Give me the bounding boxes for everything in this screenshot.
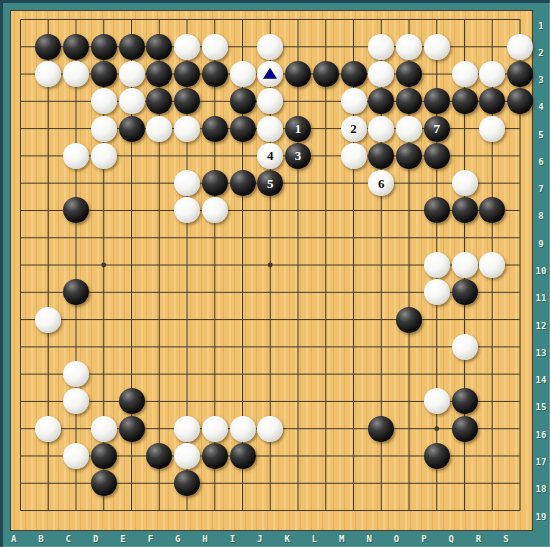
column-label-P: P bbox=[416, 534, 432, 544]
black-stone-N6[interactable] bbox=[368, 143, 394, 169]
black-stone-Q11[interactable] bbox=[452, 279, 478, 305]
star-point-D10 bbox=[101, 263, 106, 268]
white-stone-G7[interactable] bbox=[174, 170, 200, 196]
black-stone-D2[interactable] bbox=[91, 34, 117, 60]
white-stone-J16[interactable] bbox=[257, 416, 283, 442]
column-label-N: N bbox=[361, 534, 377, 544]
white-stone-P10[interactable] bbox=[424, 252, 450, 278]
white-stone-H16[interactable] bbox=[202, 416, 228, 442]
move-number-2: 2 bbox=[341, 116, 367, 142]
white-stone-B12[interactable] bbox=[35, 307, 61, 333]
white-stone-P11[interactable] bbox=[424, 279, 450, 305]
black-stone-L3[interactable] bbox=[313, 61, 339, 87]
black-stone-D17[interactable] bbox=[91, 443, 117, 469]
star-point-P16 bbox=[434, 426, 439, 431]
column-label-F: F bbox=[142, 534, 158, 544]
white-stone-I3[interactable] bbox=[230, 61, 256, 87]
column-label-M: M bbox=[334, 534, 350, 544]
white-stone-J2[interactable] bbox=[257, 34, 283, 60]
go-board[interactable]: 1274356 bbox=[10, 10, 533, 531]
move-number-4: 4 bbox=[257, 143, 283, 169]
white-stone-H2[interactable] bbox=[202, 34, 228, 60]
column-label-C: C bbox=[60, 534, 76, 544]
move-number-3: 3 bbox=[285, 143, 311, 169]
black-stone-D3[interactable] bbox=[91, 61, 117, 87]
column-label-Q: Q bbox=[443, 534, 459, 544]
column-label-A: A bbox=[6, 534, 22, 544]
black-stone-P17[interactable] bbox=[424, 443, 450, 469]
row-label-18: 18 bbox=[533, 484, 549, 494]
move-number-7: 7 bbox=[424, 116, 450, 142]
black-stone-D18[interactable] bbox=[91, 470, 117, 496]
column-label-G: G bbox=[170, 534, 186, 544]
white-stone-Q10[interactable] bbox=[452, 252, 478, 278]
white-stone-N2[interactable] bbox=[368, 34, 394, 60]
black-stone-N16[interactable] bbox=[368, 416, 394, 442]
white-stone-D4[interactable] bbox=[91, 88, 117, 114]
black-stone-J7[interactable]: 5 bbox=[257, 170, 283, 196]
row-label-3: 3 bbox=[533, 75, 549, 85]
row-label-4: 4 bbox=[533, 102, 549, 112]
row-label-8: 8 bbox=[533, 211, 549, 221]
go-game-screenshot: 1274356 ABCDEFGHIJKLMNOPQRS 123456789101… bbox=[0, 0, 550, 547]
row-label-6: 6 bbox=[533, 157, 549, 167]
row-label-17: 17 bbox=[533, 457, 549, 467]
white-stone-E3[interactable] bbox=[119, 61, 145, 87]
column-label-D: D bbox=[88, 534, 104, 544]
black-stone-G3[interactable] bbox=[174, 61, 200, 87]
white-stone-M4[interactable] bbox=[341, 88, 367, 114]
white-stone-J5[interactable] bbox=[257, 116, 283, 142]
black-stone-E16[interactable] bbox=[119, 416, 145, 442]
column-label-R: R bbox=[471, 534, 487, 544]
black-stone-I17[interactable] bbox=[230, 443, 256, 469]
row-label-11: 11 bbox=[533, 293, 549, 303]
black-stone-S3[interactable] bbox=[507, 61, 533, 87]
black-stone-Q4[interactable] bbox=[452, 88, 478, 114]
white-stone-Q7[interactable] bbox=[452, 170, 478, 196]
row-label-2: 2 bbox=[533, 48, 549, 58]
row-label-10: 10 bbox=[533, 266, 549, 276]
row-label-16: 16 bbox=[533, 430, 549, 440]
column-label-J: J bbox=[252, 534, 268, 544]
white-stone-P15[interactable] bbox=[424, 388, 450, 414]
white-stone-Q13[interactable] bbox=[452, 334, 478, 360]
white-stone-N7[interactable]: 6 bbox=[368, 170, 394, 196]
black-stone-M3[interactable] bbox=[341, 61, 367, 87]
white-stone-C3[interactable] bbox=[63, 61, 89, 87]
column-label-L: L bbox=[306, 534, 322, 544]
white-stone-D5[interactable] bbox=[91, 116, 117, 142]
column-label-B: B bbox=[33, 534, 49, 544]
white-stone-E4[interactable] bbox=[119, 88, 145, 114]
black-stone-C2[interactable] bbox=[63, 34, 89, 60]
white-stone-G5[interactable] bbox=[174, 116, 200, 142]
star-point-J10 bbox=[268, 263, 273, 268]
black-stone-O6[interactable] bbox=[396, 143, 422, 169]
black-stone-O12[interactable] bbox=[396, 307, 422, 333]
row-label-12: 12 bbox=[533, 321, 549, 331]
row-label-14: 14 bbox=[533, 375, 549, 385]
white-stone-D16[interactable] bbox=[91, 416, 117, 442]
white-stone-G16[interactable] bbox=[174, 416, 200, 442]
column-label-E: E bbox=[115, 534, 131, 544]
white-stone-P2[interactable] bbox=[424, 34, 450, 60]
black-stone-Q8[interactable] bbox=[452, 197, 478, 223]
black-stone-E2[interactable] bbox=[119, 34, 145, 60]
white-stone-R5[interactable] bbox=[479, 116, 505, 142]
black-stone-Q16[interactable] bbox=[452, 416, 478, 442]
row-label-5: 5 bbox=[533, 130, 549, 140]
black-stone-H3[interactable] bbox=[202, 61, 228, 87]
row-label-15: 15 bbox=[533, 402, 549, 412]
move-number-6: 6 bbox=[368, 170, 394, 196]
row-label-19: 19 bbox=[533, 512, 549, 522]
black-stone-I4[interactable] bbox=[230, 88, 256, 114]
white-stone-F5[interactable] bbox=[146, 116, 172, 142]
black-stone-P5[interactable]: 7 bbox=[424, 116, 450, 142]
black-stone-F2[interactable] bbox=[146, 34, 172, 60]
white-stone-M6[interactable] bbox=[341, 143, 367, 169]
black-stone-Q15[interactable] bbox=[452, 388, 478, 414]
white-stone-G17[interactable] bbox=[174, 443, 200, 469]
black-stone-P4[interactable] bbox=[424, 88, 450, 114]
white-stone-M5[interactable]: 2 bbox=[341, 116, 367, 142]
black-stone-K6[interactable]: 3 bbox=[285, 143, 311, 169]
black-stone-K5[interactable]: 1 bbox=[285, 116, 311, 142]
column-label-K: K bbox=[279, 534, 295, 544]
black-stone-H5[interactable] bbox=[202, 116, 228, 142]
black-stone-B2[interactable] bbox=[35, 34, 61, 60]
column-label-H: H bbox=[197, 534, 213, 544]
black-stone-E5[interactable] bbox=[119, 116, 145, 142]
white-stone-S2[interactable] bbox=[507, 34, 533, 60]
white-stone-C14[interactable] bbox=[63, 361, 89, 387]
white-stone-J6[interactable]: 4 bbox=[257, 143, 283, 169]
black-stone-H17[interactable] bbox=[202, 443, 228, 469]
white-stone-O5[interactable] bbox=[396, 116, 422, 142]
white-stone-N5[interactable] bbox=[368, 116, 394, 142]
black-stone-E15[interactable] bbox=[119, 388, 145, 414]
row-label-9: 9 bbox=[533, 239, 549, 249]
row-label-13: 13 bbox=[533, 348, 549, 358]
white-stone-Q3[interactable] bbox=[452, 61, 478, 87]
white-stone-C6[interactable] bbox=[63, 143, 89, 169]
move-number-5: 5 bbox=[257, 170, 283, 196]
move-number-1: 1 bbox=[285, 116, 311, 142]
column-label-I: I bbox=[224, 534, 240, 544]
black-stone-H7[interactable] bbox=[202, 170, 228, 196]
white-stone-I16[interactable] bbox=[230, 416, 256, 442]
white-stone-C17[interactable] bbox=[63, 443, 89, 469]
white-stone-G2[interactable] bbox=[174, 34, 200, 60]
white-stone-O2[interactable] bbox=[396, 34, 422, 60]
black-stone-I5[interactable] bbox=[230, 116, 256, 142]
black-stone-K3[interactable] bbox=[285, 61, 311, 87]
row-label-7: 7 bbox=[533, 184, 549, 194]
white-stone-B16[interactable] bbox=[35, 416, 61, 442]
black-stone-P6[interactable] bbox=[424, 143, 450, 169]
row-label-1: 1 bbox=[533, 21, 549, 31]
triangle-marker-icon bbox=[263, 68, 277, 79]
black-stone-I7[interactable] bbox=[230, 170, 256, 196]
white-stone-D6[interactable] bbox=[91, 143, 117, 169]
black-stone-O3[interactable] bbox=[396, 61, 422, 87]
column-label-S: S bbox=[498, 534, 514, 544]
column-label-O: O bbox=[389, 534, 405, 544]
